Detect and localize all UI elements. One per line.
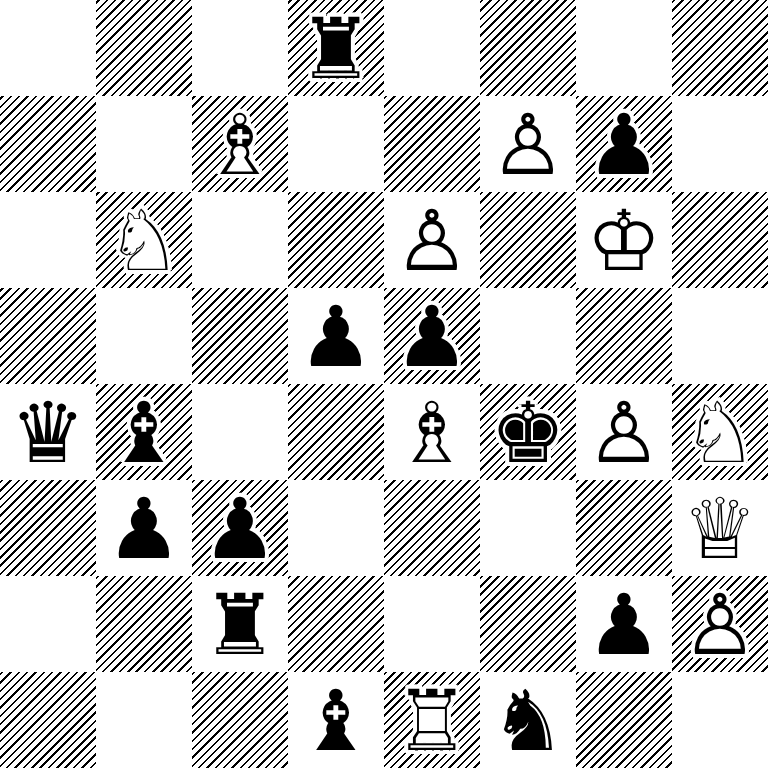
square-c3[interactable]: ♟ <box>192 480 288 576</box>
piece-black-pawn[interactable]: ♟ <box>192 481 288 577</box>
square-e5[interactable]: ♟ <box>384 288 480 384</box>
chess-board: ♜♝♗♟♙♟♞♘♟♙♚♔♟♟♛♝♝♗♚♟♙♞♘♟♟♛♕♜♟♟♙♝♜♖♞ <box>0 0 768 768</box>
square-h4[interactable]: ♞♘ <box>672 384 768 480</box>
piece-white-pawn[interactable]: ♙ <box>576 385 672 481</box>
piece-white-king[interactable]: ♔ <box>576 193 672 289</box>
piece-white-knight-body: ♞ <box>672 385 768 481</box>
piece-white-pawn[interactable]: ♙ <box>672 577 768 673</box>
piece-white-knight[interactable]: ♘ <box>672 385 768 481</box>
piece-black-pawn[interactable]: ♟ <box>576 577 672 673</box>
square-g2[interactable]: ♟ <box>576 576 672 672</box>
square-f7[interactable]: ♟♙ <box>480 96 576 192</box>
square-b2[interactable] <box>96 576 192 672</box>
square-h7[interactable] <box>672 96 768 192</box>
piece-black-pawn[interactable]: ♟ <box>576 97 672 193</box>
square-h2[interactable]: ♟♙ <box>672 576 768 672</box>
square-b1[interactable] <box>96 672 192 768</box>
piece-white-bishop[interactable]: ♗ <box>384 385 480 481</box>
square-e1[interactable]: ♜♖ <box>384 672 480 768</box>
square-c8[interactable] <box>192 0 288 96</box>
square-a4[interactable]: ♛ <box>0 384 96 480</box>
piece-white-bishop[interactable]: ♗ <box>192 97 288 193</box>
piece-white-king-body: ♚ <box>576 193 672 289</box>
piece-black-bishop[interactable]: ♝ <box>288 673 384 768</box>
piece-white-queen[interactable]: ♕ <box>672 481 768 577</box>
square-g4[interactable]: ♟♙ <box>576 384 672 480</box>
piece-white-pawn-body: ♟ <box>480 97 576 193</box>
piece-black-king[interactable]: ♚ <box>480 385 576 481</box>
piece-white-pawn-body: ♟ <box>576 385 672 481</box>
piece-white-rook[interactable]: ♖ <box>384 673 480 768</box>
square-a6[interactable] <box>0 192 96 288</box>
piece-black-bishop[interactable]: ♝ <box>96 385 192 481</box>
piece-white-knight-body: ♞ <box>96 193 192 289</box>
square-e2[interactable] <box>384 576 480 672</box>
piece-black-rook[interactable]: ♜ <box>192 577 288 673</box>
square-h6[interactable] <box>672 192 768 288</box>
square-b4[interactable]: ♝ <box>96 384 192 480</box>
square-g8[interactable] <box>576 0 672 96</box>
piece-white-pawn-body: ♟ <box>672 577 768 673</box>
square-a2[interactable] <box>0 576 96 672</box>
square-d3[interactable] <box>288 480 384 576</box>
piece-white-rook-body: ♜ <box>384 673 480 768</box>
square-h3[interactable]: ♛♕ <box>672 480 768 576</box>
square-b6[interactable]: ♞♘ <box>96 192 192 288</box>
square-g5[interactable] <box>576 288 672 384</box>
square-b5[interactable] <box>96 288 192 384</box>
square-h5[interactable] <box>672 288 768 384</box>
square-f8[interactable] <box>480 0 576 96</box>
square-f1[interactable]: ♞ <box>480 672 576 768</box>
square-h8[interactable] <box>672 0 768 96</box>
square-g6[interactable]: ♚♔ <box>576 192 672 288</box>
square-a1[interactable] <box>0 672 96 768</box>
piece-white-bishop-body: ♝ <box>192 97 288 193</box>
square-g7[interactable]: ♟ <box>576 96 672 192</box>
piece-white-pawn[interactable]: ♙ <box>480 97 576 193</box>
square-f5[interactable] <box>480 288 576 384</box>
piece-black-rook[interactable]: ♜ <box>288 1 384 97</box>
square-c6[interactable] <box>192 192 288 288</box>
square-f3[interactable] <box>480 480 576 576</box>
square-h1[interactable] <box>672 672 768 768</box>
piece-black-queen[interactable]: ♛ <box>0 385 96 481</box>
piece-white-queen-body: ♛ <box>672 481 768 577</box>
square-c5[interactable] <box>192 288 288 384</box>
piece-black-pawn[interactable]: ♟ <box>96 481 192 577</box>
square-d8[interactable]: ♜ <box>288 0 384 96</box>
square-d4[interactable] <box>288 384 384 480</box>
piece-white-bishop-body: ♝ <box>384 385 480 481</box>
square-a3[interactable] <box>0 480 96 576</box>
square-d7[interactable] <box>288 96 384 192</box>
square-b8[interactable] <box>96 0 192 96</box>
square-b7[interactable] <box>96 96 192 192</box>
square-a7[interactable] <box>0 96 96 192</box>
piece-white-pawn-body: ♟ <box>384 193 480 289</box>
square-f2[interactable] <box>480 576 576 672</box>
square-e6[interactable]: ♟♙ <box>384 192 480 288</box>
piece-black-pawn[interactable]: ♟ <box>384 289 480 385</box>
square-e8[interactable] <box>384 0 480 96</box>
square-f4[interactable]: ♚ <box>480 384 576 480</box>
square-g3[interactable] <box>576 480 672 576</box>
square-c2[interactable]: ♜ <box>192 576 288 672</box>
square-c4[interactable] <box>192 384 288 480</box>
square-b3[interactable]: ♟ <box>96 480 192 576</box>
piece-white-pawn[interactable]: ♙ <box>384 193 480 289</box>
square-g1[interactable] <box>576 672 672 768</box>
square-e4[interactable]: ♝♗ <box>384 384 480 480</box>
piece-white-knight[interactable]: ♘ <box>96 193 192 289</box>
square-d2[interactable] <box>288 576 384 672</box>
square-e7[interactable] <box>384 96 480 192</box>
piece-black-pawn[interactable]: ♟ <box>288 289 384 385</box>
square-f6[interactable] <box>480 192 576 288</box>
square-e3[interactable] <box>384 480 480 576</box>
square-c7[interactable]: ♝♗ <box>192 96 288 192</box>
square-a8[interactable] <box>0 0 96 96</box>
square-c1[interactable] <box>192 672 288 768</box>
square-d6[interactable] <box>288 192 384 288</box>
piece-black-knight[interactable]: ♞ <box>480 673 576 768</box>
square-a5[interactable] <box>0 288 96 384</box>
square-d1[interactable]: ♝ <box>288 672 384 768</box>
square-d5[interactable]: ♟ <box>288 288 384 384</box>
